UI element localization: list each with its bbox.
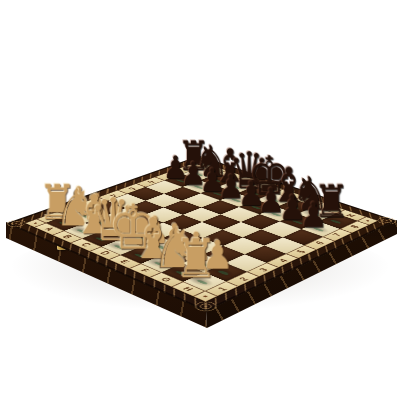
rank-number: 6	[314, 241, 327, 246]
chess-set-photo: ABCDEFGH8♜♞♝♛♚♝♞♜87♟♟♟♟♟♟♟♟7665544332♟♟♟…	[0, 0, 400, 400]
rank-number: 5	[295, 249, 308, 254]
rank-number: 4	[276, 258, 289, 263]
piece-white-rook[interactable]: ♜	[146, 231, 247, 285]
piece-black-pawn[interactable]: ♟	[268, 197, 360, 232]
